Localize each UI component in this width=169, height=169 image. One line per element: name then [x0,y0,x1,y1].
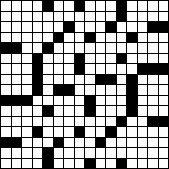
white-square[interactable] [159,33,169,43]
white-square[interactable] [127,64,137,74]
white-square[interactable] [54,117,64,127]
white-square[interactable] [75,106,85,116]
white-square[interactable] [85,1,95,11]
white-square[interactable] [127,22,137,32]
white-square[interactable] [12,85,22,95]
black-square [96,138,106,148]
black-square [159,64,169,74]
black-square [148,22,158,32]
white-square[interactable] [148,33,158,43]
white-square[interactable] [12,22,22,32]
black-square [43,159,53,169]
black-square [106,127,116,137]
white-square[interactable] [75,148,85,158]
white-square[interactable] [138,138,148,148]
white-square[interactable] [159,138,169,148]
white-square[interactable] [127,12,137,22]
white-square[interactable] [22,54,32,64]
white-square[interactable] [1,33,11,43]
white-square[interactable] [54,64,64,74]
white-square[interactable] [75,117,85,127]
white-square[interactable] [64,148,74,158]
white-square[interactable] [138,12,148,22]
white-square[interactable] [54,106,64,116]
white-square[interactable] [1,106,11,116]
white-square[interactable] [148,148,158,158]
black-square [33,64,43,74]
white-square[interactable] [138,96,148,106]
white-square[interactable] [22,127,32,137]
white-square[interactable] [127,1,137,11]
white-square[interactable] [159,127,169,137]
white-square[interactable] [1,12,11,22]
white-square[interactable] [75,159,85,169]
white-square[interactable] [1,54,11,64]
white-square[interactable] [159,1,169,11]
white-square[interactable] [106,33,116,43]
white-square[interactable] [85,75,95,85]
black-square [85,96,95,106]
white-square[interactable] [43,138,53,148]
white-square[interactable] [96,33,106,43]
white-square[interactable] [138,54,148,64]
white-square[interactable] [75,75,85,85]
white-square[interactable] [148,138,158,148]
white-square[interactable] [138,22,148,32]
black-square [75,127,85,137]
white-square[interactable] [75,85,85,95]
black-square [127,33,137,43]
white-square[interactable] [54,159,64,169]
white-square[interactable] [96,159,106,169]
white-square[interactable] [85,117,95,127]
white-square[interactable] [33,159,43,169]
black-square [117,117,127,127]
white-square[interactable] [127,54,137,64]
white-square[interactable] [64,117,74,127]
black-square [85,159,95,169]
white-square[interactable] [127,127,137,137]
white-square[interactable] [138,117,148,127]
white-square[interactable] [85,148,95,158]
white-square[interactable] [43,64,53,74]
white-square[interactable] [64,159,74,169]
white-square[interactable] [85,22,95,32]
black-square [159,117,169,127]
white-square[interactable] [43,33,53,43]
white-square[interactable] [33,96,43,106]
white-square[interactable] [1,64,11,74]
white-square[interactable] [1,75,11,85]
white-square[interactable] [43,127,53,137]
white-square[interactable] [33,33,43,43]
black-square [96,75,106,85]
black-square [12,138,22,148]
black-square [43,106,53,116]
white-square[interactable] [54,22,64,32]
white-square[interactable] [22,106,32,116]
black-square [75,1,85,11]
white-square[interactable] [148,75,158,85]
white-square[interactable] [12,54,22,64]
white-square[interactable] [96,12,106,22]
white-square[interactable] [148,43,158,53]
white-square[interactable] [96,54,106,64]
black-square [117,12,127,22]
white-square[interactable] [1,1,11,11]
white-square[interactable] [85,127,95,137]
white-square[interactable] [64,12,74,22]
white-square[interactable] [106,117,116,127]
white-square[interactable] [1,127,11,137]
black-square [64,22,74,32]
white-square[interactable] [148,1,158,11]
black-square [33,75,43,85]
black-square [75,64,85,74]
white-square[interactable] [106,96,116,106]
white-square[interactable] [159,148,169,158]
white-square[interactable] [1,22,11,32]
white-square[interactable] [1,159,11,169]
white-square[interactable] [138,159,148,169]
white-square[interactable] [64,75,74,85]
white-square[interactable] [33,12,43,22]
white-square[interactable] [22,64,32,74]
white-square[interactable] [54,1,64,11]
white-square[interactable] [85,43,95,53]
white-square[interactable] [127,43,137,53]
white-square[interactable] [106,148,116,158]
black-square [148,117,158,127]
white-square[interactable] [54,96,64,106]
white-square[interactable] [117,64,127,74]
white-square[interactable] [22,22,32,32]
black-square [54,85,64,95]
white-square[interactable] [148,54,158,64]
white-square[interactable] [85,64,95,74]
white-square[interactable] [22,12,32,22]
black-square [1,138,11,148]
black-square [117,54,127,64]
white-square[interactable] [96,96,106,106]
white-square[interactable] [96,85,106,95]
white-square[interactable] [138,85,148,95]
white-square[interactable] [33,22,43,32]
white-square[interactable] [127,117,137,127]
black-square [22,96,32,106]
white-square[interactable] [12,33,22,43]
white-square[interactable] [33,43,43,53]
white-square[interactable] [64,1,74,11]
white-square[interactable] [106,1,116,11]
black-square [85,33,95,43]
white-square[interactable] [106,54,116,64]
black-square [138,64,148,74]
black-square [54,138,64,148]
white-square[interactable] [127,159,137,169]
white-square[interactable] [96,117,106,127]
white-square[interactable] [12,12,22,22]
white-square[interactable] [64,96,74,106]
white-square[interactable] [22,148,32,158]
crossword-screenshot [0,0,169,169]
black-square [43,1,53,11]
white-square[interactable] [75,12,85,22]
white-square[interactable] [75,43,85,53]
white-square[interactable] [85,54,95,64]
white-square[interactable] [85,138,95,148]
white-square[interactable] [138,43,148,53]
white-square[interactable] [12,106,22,116]
white-square[interactable] [54,54,64,64]
white-square[interactable] [54,148,64,158]
white-square[interactable] [43,85,53,95]
white-square[interactable] [43,54,53,64]
white-square[interactable] [64,33,74,43]
white-square[interactable] [64,43,74,53]
white-square[interactable] [159,85,169,95]
white-square[interactable] [1,148,11,158]
white-square[interactable] [138,127,148,137]
white-square[interactable] [64,64,74,74]
white-square[interactable] [117,85,127,95]
white-square[interactable] [127,138,137,148]
black-square [64,85,74,95]
white-square[interactable] [117,138,127,148]
black-square [43,43,53,53]
white-square[interactable] [138,106,148,116]
white-square[interactable] [138,33,148,43]
white-square[interactable] [22,33,32,43]
white-square[interactable] [85,12,95,22]
white-square[interactable] [96,1,106,11]
white-square[interactable] [85,85,95,95]
white-square[interactable] [54,127,64,137]
white-square[interactable] [159,75,169,85]
black-square [75,54,85,64]
crossword-grid [0,0,169,169]
black-square [159,22,169,32]
white-square[interactable] [43,75,53,85]
white-square[interactable] [75,22,85,32]
black-square [117,1,127,11]
black-square [148,64,158,74]
black-square [106,22,116,32]
white-square[interactable] [159,159,169,169]
white-square[interactable] [148,96,158,106]
black-square [43,148,53,158]
white-square[interactable] [117,43,127,53]
black-square [54,33,64,43]
white-square[interactable] [117,96,127,106]
white-square[interactable] [96,43,106,53]
black-square [85,106,95,116]
white-square[interactable] [106,85,116,95]
black-square [127,75,137,85]
white-square[interactable] [117,75,127,85]
white-square[interactable] [12,159,22,169]
black-square [12,96,22,106]
white-square[interactable] [33,106,43,116]
black-square [127,85,137,95]
white-square[interactable] [117,33,127,43]
white-square[interactable] [22,159,32,169]
black-square [1,43,11,53]
white-square[interactable] [96,148,106,158]
white-square[interactable] [22,43,32,53]
white-square[interactable] [159,54,169,64]
white-square[interactable] [106,12,116,22]
black-square [127,106,137,116]
white-square[interactable] [1,85,11,95]
white-square[interactable] [159,43,169,53]
black-square [33,127,43,137]
white-square[interactable] [75,138,85,148]
white-square[interactable] [106,138,116,148]
white-square[interactable] [138,75,148,85]
white-square[interactable] [148,85,158,95]
white-square[interactable] [106,159,116,169]
white-square[interactable] [54,75,64,85]
white-square[interactable] [64,54,74,64]
white-square[interactable] [106,106,116,116]
white-square[interactable] [159,106,169,116]
white-square[interactable] [43,12,53,22]
white-square[interactable] [159,12,169,22]
white-square[interactable] [106,64,116,74]
white-square[interactable] [22,75,32,85]
white-square[interactable] [148,12,158,22]
white-square[interactable] [54,12,64,22]
white-square[interactable] [117,22,127,32]
white-square[interactable] [96,64,106,74]
white-square[interactable] [117,148,127,158]
white-square[interactable] [138,1,148,11]
white-square[interactable] [75,33,85,43]
white-square[interactable] [12,1,22,11]
white-square[interactable] [117,127,127,137]
white-square[interactable] [12,75,22,85]
white-square[interactable] [22,1,32,11]
white-square[interactable] [117,106,127,116]
white-square[interactable] [64,106,74,116]
black-square [33,85,43,95]
white-square[interactable] [33,117,43,127]
white-square[interactable] [138,148,148,158]
black-square [127,96,137,106]
white-square[interactable] [64,127,74,137]
white-square[interactable] [96,106,106,116]
white-square[interactable] [148,159,158,169]
white-square[interactable] [22,85,32,95]
white-square[interactable] [148,127,158,137]
white-square[interactable] [159,96,169,106]
white-square[interactable] [12,148,22,158]
white-square[interactable] [43,22,53,32]
black-square [1,96,11,106]
white-square[interactable] [12,64,22,74]
white-square[interactable] [64,138,74,148]
black-square [106,75,116,85]
white-square[interactable] [75,96,85,106]
white-square[interactable] [43,96,53,106]
white-square[interactable] [54,43,64,53]
black-square [12,43,22,53]
black-square [117,159,127,169]
white-square[interactable] [106,43,116,53]
white-square[interactable] [33,1,43,11]
white-square[interactable] [33,138,43,148]
white-square[interactable] [12,127,22,137]
white-square[interactable] [12,117,22,127]
white-square[interactable] [43,117,53,127]
white-square[interactable] [96,127,106,137]
white-square[interactable] [33,148,43,158]
black-square [33,54,43,64]
white-square[interactable] [127,148,137,158]
white-square[interactable] [96,22,106,32]
white-square[interactable] [1,117,11,127]
white-square[interactable] [22,138,32,148]
white-square[interactable] [148,106,158,116]
white-square[interactable] [22,117,32,127]
